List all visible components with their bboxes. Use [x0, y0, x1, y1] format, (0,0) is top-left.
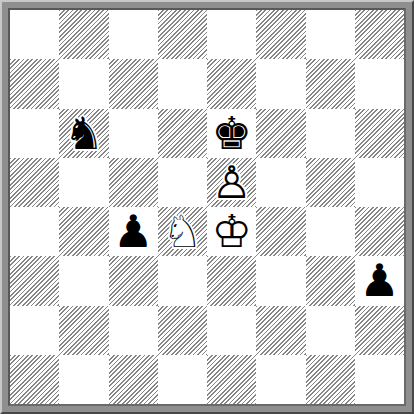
square-h1[interactable] — [355, 355, 404, 404]
square-a2[interactable] — [10, 306, 59, 355]
square-g1[interactable] — [306, 355, 355, 404]
square-a8[interactable] — [10, 10, 59, 59]
square-a6[interactable] — [10, 109, 59, 158]
chessboard-inner-rim: ♞♞♚♚♟♙♟♟♞♘♚♔♟♟ — [8, 8, 406, 406]
white-knight-icon: ♘ — [162, 209, 202, 254]
square-g5[interactable] — [306, 158, 355, 207]
piece-white-pawn-e5[interactable]: ♟♙ — [207, 158, 256, 207]
square-f6[interactable] — [256, 109, 305, 158]
piece-black-king-e6[interactable]: ♚♚ — [207, 109, 256, 158]
black-knight-icon: ♞ — [64, 111, 104, 156]
square-c1[interactable] — [109, 355, 158, 404]
square-b2[interactable] — [59, 306, 108, 355]
square-a5[interactable] — [10, 158, 59, 207]
square-d4[interactable]: ♞♘ — [158, 207, 207, 256]
square-g3[interactable] — [306, 256, 355, 305]
square-f5[interactable] — [256, 158, 305, 207]
square-d6[interactable] — [158, 109, 207, 158]
square-c5[interactable] — [109, 158, 158, 207]
square-e7[interactable] — [207, 59, 256, 108]
square-g6[interactable] — [306, 109, 355, 158]
square-f8[interactable] — [256, 10, 305, 59]
square-e4[interactable]: ♚♔ — [207, 207, 256, 256]
black-pawn-icon: ♟ — [113, 209, 153, 254]
square-e8[interactable] — [207, 10, 256, 59]
square-e6[interactable]: ♚♚ — [207, 109, 256, 158]
square-b1[interactable] — [59, 355, 108, 404]
white-king-icon: ♔ — [211, 209, 251, 254]
square-b3[interactable] — [59, 256, 108, 305]
square-d7[interactable] — [158, 59, 207, 108]
square-c8[interactable] — [109, 10, 158, 59]
square-h4[interactable] — [355, 207, 404, 256]
square-g8[interactable] — [306, 10, 355, 59]
square-d1[interactable] — [158, 355, 207, 404]
piece-black-pawn-c4[interactable]: ♟♟ — [109, 207, 158, 256]
square-d2[interactable] — [158, 306, 207, 355]
square-f7[interactable] — [256, 59, 305, 108]
square-g2[interactable] — [306, 306, 355, 355]
square-c2[interactable] — [109, 306, 158, 355]
square-h8[interactable] — [355, 10, 404, 59]
square-a1[interactable] — [10, 355, 59, 404]
white-pawn-icon: ♙ — [211, 160, 251, 205]
piece-white-king-e4[interactable]: ♚♔ — [207, 207, 256, 256]
square-c6[interactable] — [109, 109, 158, 158]
board: ♞♞♚♚♟♙♟♟♞♘♚♔♟♟ — [10, 10, 404, 404]
square-h2[interactable] — [355, 306, 404, 355]
square-f1[interactable] — [256, 355, 305, 404]
square-e5[interactable]: ♟♙ — [207, 158, 256, 207]
square-b4[interactable] — [59, 207, 108, 256]
square-b5[interactable] — [59, 158, 108, 207]
square-c4[interactable]: ♟♟ — [109, 207, 158, 256]
square-e3[interactable] — [207, 256, 256, 305]
square-d3[interactable] — [158, 256, 207, 305]
square-h6[interactable] — [355, 109, 404, 158]
square-b7[interactable] — [59, 59, 108, 108]
square-d5[interactable] — [158, 158, 207, 207]
square-f3[interactable] — [256, 256, 305, 305]
piece-black-knight-b6[interactable]: ♞♞ — [59, 109, 108, 158]
square-b8[interactable] — [59, 10, 108, 59]
square-a3[interactable] — [10, 256, 59, 305]
piece-black-pawn-h3[interactable]: ♟♟ — [355, 256, 404, 305]
square-g4[interactable] — [306, 207, 355, 256]
black-pawn-icon: ♟ — [359, 258, 399, 303]
square-e2[interactable] — [207, 306, 256, 355]
piece-white-knight-d4[interactable]: ♞♘ — [158, 207, 207, 256]
square-c3[interactable] — [109, 256, 158, 305]
square-h3[interactable]: ♟♟ — [355, 256, 404, 305]
square-e1[interactable] — [207, 355, 256, 404]
square-f2[interactable] — [256, 306, 305, 355]
black-king-icon: ♚ — [211, 111, 251, 156]
square-d8[interactable] — [158, 10, 207, 59]
square-b6[interactable]: ♞♞ — [59, 109, 108, 158]
square-h5[interactable] — [355, 158, 404, 207]
square-f4[interactable] — [256, 207, 305, 256]
chessboard-frame: ♞♞♚♚♟♙♟♟♞♘♚♔♟♟ — [0, 0, 414, 414]
square-a4[interactable] — [10, 207, 59, 256]
square-h7[interactable] — [355, 59, 404, 108]
square-c7[interactable] — [109, 59, 158, 108]
square-a7[interactable] — [10, 59, 59, 108]
square-g7[interactable] — [306, 59, 355, 108]
